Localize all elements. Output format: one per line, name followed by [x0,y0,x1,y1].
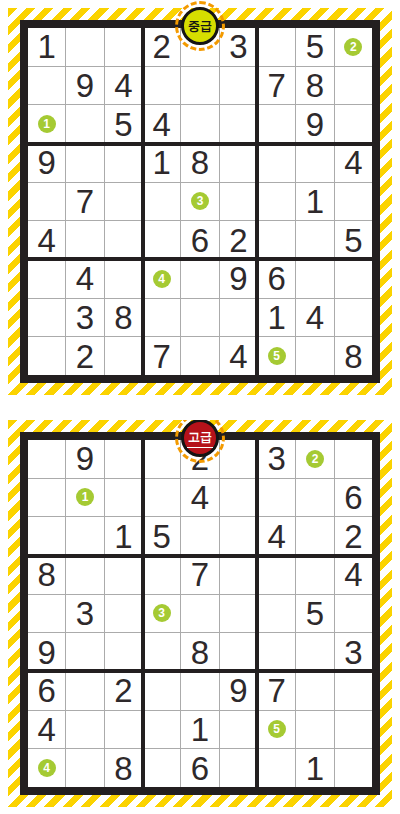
p1-cell-r3c6 [220,105,257,143]
p2-cell-r8c7: 5 [258,711,295,749]
sudoku-grid-9x9: 1235294781549918473146254496381427458 [28,28,372,375]
circled-answer-marker-2: 2 [344,38,362,56]
p1-cell-r7c1 [28,260,65,298]
p1-cell-r9c5 [181,337,218,375]
box-divider-horizontal-2 [28,669,372,673]
given-number: 4 [37,224,55,257]
p2-cell-r8c2 [66,711,103,749]
p1-cell-r3c8: 9 [296,105,333,143]
p1-cell-r7c5 [181,260,218,298]
given-number: 3 [229,30,247,63]
p2-cell-r2c1 [28,479,65,517]
p2-cell-r5c7 [258,595,295,633]
p1-cell-r1c3 [105,28,142,66]
given-number: 9 [229,674,247,707]
p1-cell-r6c5: 6 [181,221,218,259]
given-number: 1 [152,146,170,179]
given-number: 7 [267,69,285,102]
p1-cell-r6c6: 2 [220,221,257,259]
p1-cell-r9c6: 4 [220,337,257,375]
p2-cell-r6c5: 8 [181,633,218,671]
sudoku-board: 1235294781549918473146254496381427458 [20,20,380,383]
given-number: 1 [306,752,324,785]
p1-cell-r5c1 [28,183,65,221]
given-number: 5 [306,30,324,63]
given-number: 4 [76,262,94,295]
p2-cell-r4c3 [105,556,142,594]
p1-cell-r9c8 [296,337,333,375]
p2-cell-r5c3 [105,595,142,633]
p1-cell-r3c3: 5 [105,105,142,143]
p1-cell-r1c7 [258,28,295,66]
p1-cell-r4c8 [296,144,333,182]
box-divider-vertical-1 [141,440,145,787]
p2-cell-r4c9: 4 [335,556,372,594]
p1-cell-r4c1: 9 [28,144,65,182]
p1-cell-r5c7 [258,183,295,221]
p1-cell-r5c4 [143,183,180,221]
given-number: 9 [37,636,55,669]
p2-cell-r7c3: 2 [105,672,142,710]
p2-cell-r9c8: 1 [296,749,333,787]
p1-cell-r9c9: 8 [335,337,372,375]
given-number: 6 [191,224,209,257]
given-number: 7 [152,340,170,373]
circled-answer-marker-3: 3 [153,604,171,622]
circled-answer-marker-4: 4 [38,759,56,777]
p2-cell-r3c9: 2 [335,517,372,555]
given-number: 4 [267,520,285,553]
given-number: 4 [152,108,170,141]
difficulty-label: 고급 [187,429,213,448]
sudoku-puzzle-advanced: 고급 9232146154287433598362974154861 [8,420,392,807]
sudoku-grid-9x9: 9232146154287433598362974154861 [28,440,372,787]
p2-cell-r6c4 [143,633,180,671]
p2-cell-r8c3 [105,711,142,749]
given-number: 4 [191,481,209,514]
p1-cell-r1c2 [66,28,103,66]
p2-cell-r8c6 [220,711,257,749]
p2-cell-r2c6 [220,479,257,517]
p2-cell-r8c9 [335,711,372,749]
p2-cell-r8c8 [296,711,333,749]
given-number: 8 [344,340,362,373]
circled-answer-marker-1: 1 [38,115,56,133]
circled-answer-marker-1: 1 [76,488,94,506]
p2-cell-r2c5: 4 [181,479,218,517]
p1-cell-r8c1 [28,299,65,337]
p2-cell-r6c6 [220,633,257,671]
p2-cell-r9c2 [66,749,103,787]
p2-cell-r8c5: 1 [181,711,218,749]
p2-cell-r7c4 [143,672,180,710]
p2-cell-r1c8: 2 [296,440,333,478]
given-number: 4 [114,69,132,102]
p1-cell-r2c9 [335,67,372,105]
p1-cell-r3c1: 1 [28,105,65,143]
p1-cell-r4c5: 8 [181,144,218,182]
given-number: 5 [344,224,362,257]
p1-cell-r1c8: 5 [296,28,333,66]
p2-cell-r1c2: 9 [66,440,103,478]
circled-answer-marker-5: 5 [268,720,286,738]
box-divider-vertical-2 [255,440,259,787]
p1-cell-r1c4: 2 [143,28,180,66]
difficulty-label: 중급 [188,18,212,35]
p1-cell-r9c7: 5 [258,337,295,375]
p1-cell-r8c3: 8 [105,299,142,337]
given-number: 2 [344,520,362,553]
given-number: 3 [267,442,285,475]
p2-cell-r6c9: 3 [335,633,372,671]
difficulty-badge-circle: 고급 [181,420,219,457]
p2-cell-r4c4 [143,556,180,594]
given-number: 8 [114,301,132,334]
p1-cell-r2c7: 7 [258,67,295,105]
p1-cell-r9c3 [105,337,142,375]
given-number: 8 [37,558,55,591]
p1-cell-r4c9: 4 [335,144,372,182]
p1-cell-r4c4: 1 [143,144,180,182]
p1-cell-r5c9 [335,183,372,221]
p2-cell-r5c8: 5 [296,595,333,633]
p1-cell-r6c1: 4 [28,221,65,259]
given-number: 3 [76,597,94,630]
p2-cell-r1c1 [28,440,65,478]
p1-cell-r7c7: 6 [258,260,295,298]
p1-cell-r4c6 [220,144,257,182]
p2-cell-r9c5: 6 [181,749,218,787]
p2-cell-r9c4 [143,749,180,787]
p2-cell-r3c3: 1 [105,517,142,555]
p1-cell-r8c2: 3 [66,299,103,337]
p2-cell-r4c5: 7 [181,556,218,594]
given-number: 5 [306,597,324,630]
given-number: 1 [267,301,285,334]
p2-cell-r1c4 [143,440,180,478]
given-number: 2 [114,674,132,707]
given-number: 9 [76,442,94,475]
p2-cell-r7c2 [66,672,103,710]
given-number: 9 [37,146,55,179]
p1-cell-r9c4: 7 [143,337,180,375]
p1-cell-r5c2: 7 [66,183,103,221]
p2-cell-r6c1: 9 [28,633,65,671]
p2-cell-r3c6 [220,517,257,555]
p2-cell-r3c2 [66,517,103,555]
given-number: 7 [76,185,94,218]
box-divider-vertical-1 [141,28,145,375]
sudoku-puzzle-intermediate: 중급 1235294781549918473146254496381427458 [8,8,392,395]
p2-cell-r2c2: 1 [66,479,103,517]
given-number: 1 [114,520,132,553]
p2-cell-r2c7 [258,479,295,517]
p2-cell-r3c1 [28,517,65,555]
p1-cell-r7c8 [296,260,333,298]
p1-cell-r6c7 [258,221,295,259]
p2-cell-r6c8 [296,633,333,671]
p1-cell-r3c7 [258,105,295,143]
p2-cell-r3c4: 5 [143,517,180,555]
p1-cell-r7c3 [105,260,142,298]
given-number: 8 [306,69,324,102]
circled-answer-marker-3: 3 [191,192,209,210]
circled-answer-marker-5: 5 [268,347,286,365]
p1-cell-r2c8: 8 [296,67,333,105]
p1-cell-r2c4 [143,67,180,105]
given-number: 7 [191,558,209,591]
p1-cell-r4c2 [66,144,103,182]
given-number: 2 [229,224,247,257]
p2-cell-r7c6: 9 [220,672,257,710]
given-number: 9 [229,262,247,295]
given-number: 4 [229,340,247,373]
given-number: 7 [267,674,285,707]
p2-cell-r2c8 [296,479,333,517]
given-number: 8 [191,146,209,179]
p2-cell-r5c4: 3 [143,595,180,633]
given-number: 1 [306,185,324,218]
p2-cell-r9c9 [335,749,372,787]
p2-cell-r2c9: 6 [335,479,372,517]
p1-cell-r3c9 [335,105,372,143]
p2-cell-r2c3 [105,479,142,517]
given-number: 4 [344,146,362,179]
p2-cell-r4c7 [258,556,295,594]
p1-cell-r8c6 [220,299,257,337]
p1-cell-r5c5: 3 [181,183,218,221]
given-number: 4 [306,301,324,334]
p2-cell-r4c1: 8 [28,556,65,594]
sudoku-board: 9232146154287433598362974154861 [20,432,380,795]
p2-cell-r7c5 [181,672,218,710]
p2-cell-r8c4 [143,711,180,749]
p2-cell-r7c7: 7 [258,672,295,710]
p2-cell-r2c4 [143,479,180,517]
p2-cell-r1c6 [220,440,257,478]
p1-cell-r9c2: 2 [66,337,103,375]
p2-cell-r9c1: 4 [28,749,65,787]
p1-cell-r7c4: 4 [143,260,180,298]
box-divider-horizontal-2 [28,257,372,261]
p1-cell-r4c7 [258,144,295,182]
p2-cell-r7c9 [335,672,372,710]
p1-cell-r6c3 [105,221,142,259]
p2-cell-r3c8 [296,517,333,555]
given-number: 8 [114,752,132,785]
given-number: 9 [306,108,324,141]
p1-cell-r2c6 [220,67,257,105]
p1-cell-r1c6: 3 [220,28,257,66]
given-number: 8 [191,636,209,669]
p2-cell-r6c7 [258,633,295,671]
p2-cell-r5c1 [28,595,65,633]
p2-cell-r4c2 [66,556,103,594]
p1-cell-r2c3: 4 [105,67,142,105]
p2-cell-r5c6 [220,595,257,633]
p2-cell-r8c1: 4 [28,711,65,749]
p1-cell-r3c4: 4 [143,105,180,143]
given-number: 6 [267,262,285,295]
p1-cell-r7c6: 9 [220,260,257,298]
p1-cell-r3c5 [181,105,218,143]
difficulty-badge-intermediate: 중급 [175,1,225,51]
box-divider-vertical-2 [255,28,259,375]
given-number: 6 [344,481,362,514]
p1-cell-r7c9 [335,260,372,298]
p1-cell-r6c4 [143,221,180,259]
given-number: 3 [76,301,94,334]
p2-cell-r9c7 [258,749,295,787]
p2-cell-r9c3: 8 [105,749,142,787]
given-number: 2 [76,340,94,373]
p1-cell-r8c9 [335,299,372,337]
given-number: 5 [152,520,170,553]
p2-cell-r1c9 [335,440,372,478]
p1-cell-r5c8: 1 [296,183,333,221]
p2-cell-r1c7: 3 [258,440,295,478]
p2-cell-r3c5 [181,517,218,555]
p1-cell-r8c4 [143,299,180,337]
circled-answer-marker-2: 2 [306,450,324,468]
p1-cell-r1c9: 2 [335,28,372,66]
given-number: 9 [76,69,94,102]
given-number: 1 [191,713,209,746]
p1-cell-r8c8: 4 [296,299,333,337]
p1-cell-r6c9: 5 [335,221,372,259]
given-number: 6 [37,674,55,707]
p2-cell-r5c2: 3 [66,595,103,633]
p2-cell-r1c3 [105,440,142,478]
p2-cell-r7c8 [296,672,333,710]
p2-cell-r4c6 [220,556,257,594]
p2-cell-r3c7: 4 [258,517,295,555]
box-divider-horizontal-1 [28,554,372,558]
p1-cell-r6c2 [66,221,103,259]
given-number: 4 [37,713,55,746]
given-number: 6 [191,752,209,785]
given-number: 3 [344,636,362,669]
difficulty-badge-circle: 중급 [181,7,219,45]
p1-cell-r3c2 [66,105,103,143]
given-number: 5 [114,108,132,141]
p2-cell-r5c5 [181,595,218,633]
p2-cell-r7c1: 6 [28,672,65,710]
p1-cell-r4c3 [105,144,142,182]
p1-cell-r5c6 [220,183,257,221]
p2-cell-r6c2 [66,633,103,671]
p1-cell-r8c5 [181,299,218,337]
box-divider-horizontal-1 [28,142,372,146]
p1-cell-r8c7: 1 [258,299,295,337]
circled-answer-marker-4: 4 [153,270,171,288]
p2-cell-r6c3 [105,633,142,671]
p2-cell-r4c8 [296,556,333,594]
p1-cell-r2c1 [28,67,65,105]
p1-cell-r1c1: 1 [28,28,65,66]
p1-cell-r2c5 [181,67,218,105]
p1-cell-r7c2: 4 [66,260,103,298]
p2-cell-r5c9 [335,595,372,633]
p1-cell-r2c2: 9 [66,67,103,105]
p1-cell-r5c3 [105,183,142,221]
given-number: 1 [37,30,55,63]
p2-cell-r9c6 [220,749,257,787]
p1-cell-r6c8 [296,221,333,259]
p1-cell-r9c1 [28,337,65,375]
given-number: 4 [344,558,362,591]
given-number: 2 [152,30,170,63]
